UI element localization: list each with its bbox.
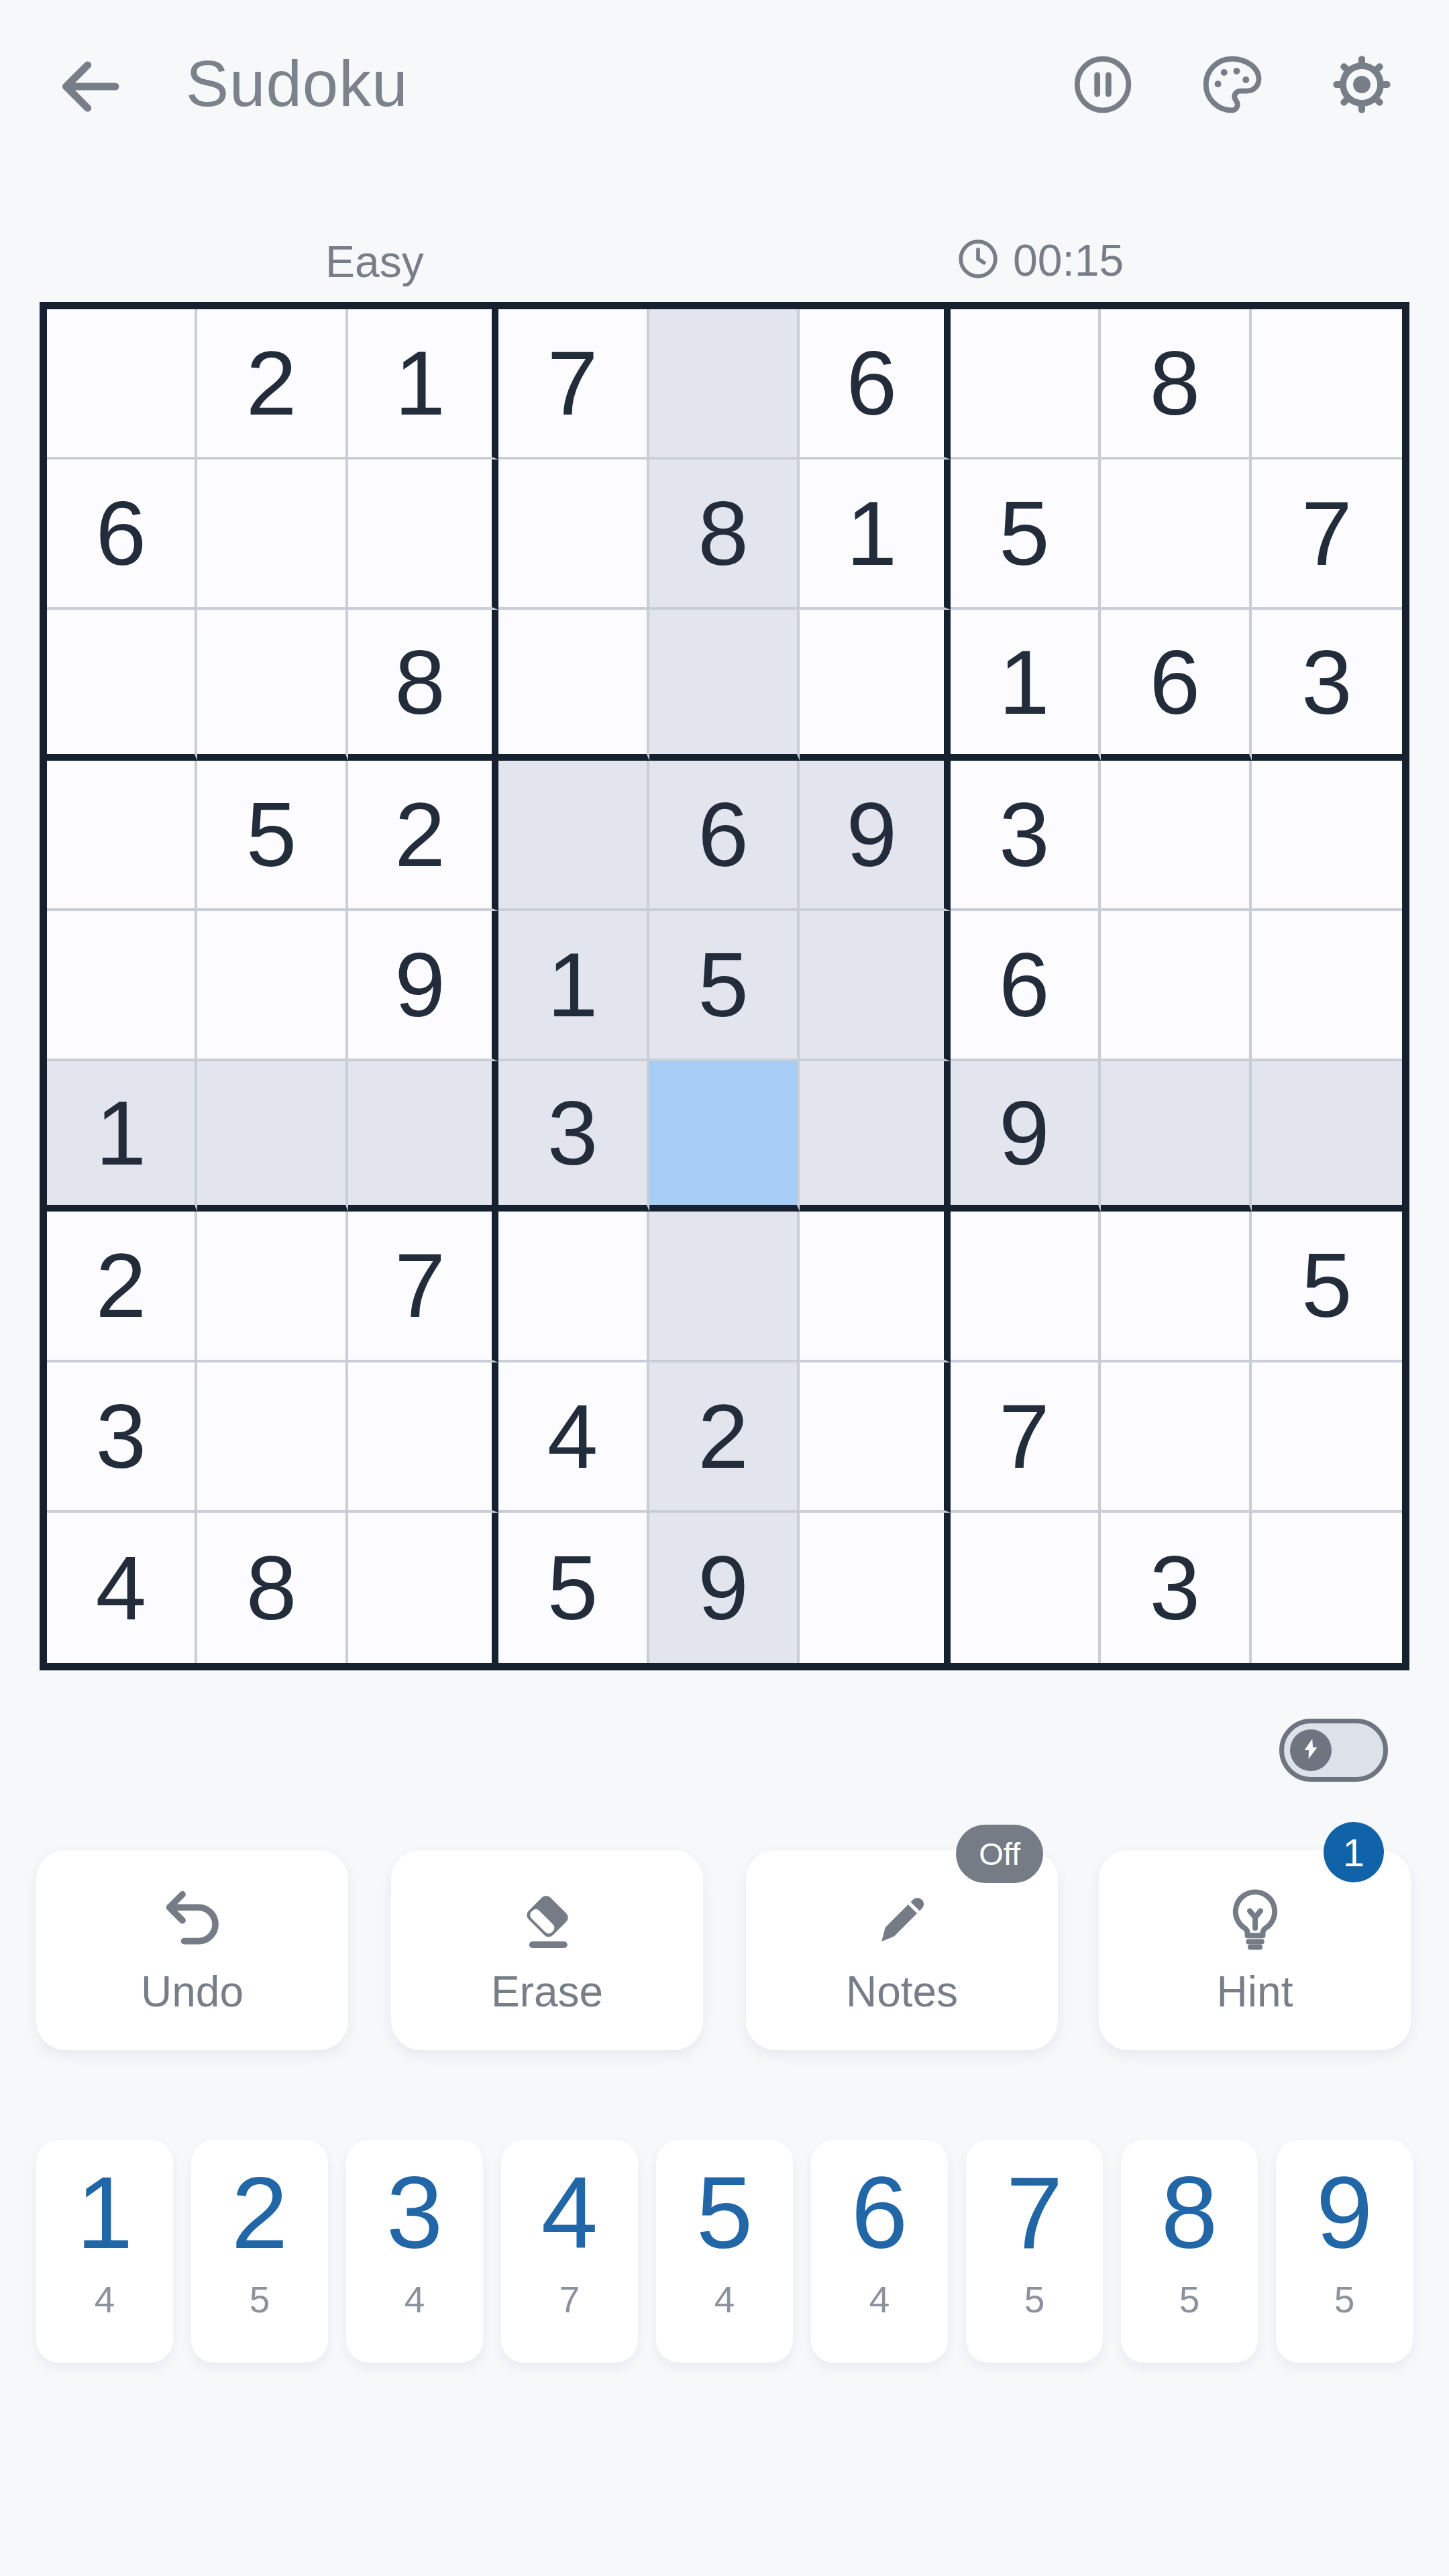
numpad-digit: 6 xyxy=(851,2157,908,2267)
sudoku-app: Sudoku xyxy=(0,0,1449,2576)
cell-r8c7[interactable]: 7 xyxy=(951,1362,1101,1513)
given-digit: 5 xyxy=(547,1542,598,1633)
cell-r9c2[interactable]: 8 xyxy=(197,1513,347,1663)
notes-button[interactable]: Off Notes xyxy=(746,1850,1058,2050)
cell-r9c4[interactable]: 5 xyxy=(498,1513,649,1663)
numpad-button-1[interactable]: 14 xyxy=(36,2140,173,2363)
numpad-digit: 2 xyxy=(231,2157,288,2267)
cell-r2c4[interactable] xyxy=(498,460,649,610)
cell-r6c9[interactable] xyxy=(1252,1061,1402,1212)
undo-button[interactable]: Undo xyxy=(36,1850,348,2050)
cell-r6c7[interactable]: 9 xyxy=(951,1061,1101,1212)
given-digit: 8 xyxy=(394,637,445,728)
numpad: 142534475464758595 xyxy=(36,2140,1413,2363)
given-digit: 2 xyxy=(698,1391,749,1482)
given-digit: 6 xyxy=(847,337,898,429)
cell-r8c6[interactable] xyxy=(800,1362,950,1513)
given-digit: 2 xyxy=(394,789,445,880)
eraser-icon xyxy=(512,1884,583,1957)
hint-button[interactable]: 1 Hint xyxy=(1099,1850,1411,2050)
cell-r7c8[interactable] xyxy=(1101,1212,1251,1362)
cell-r9c5[interactable]: 9 xyxy=(649,1513,800,1663)
numpad-remaining-count: 5 xyxy=(1024,2278,1045,2321)
cell-r5c4[interactable]: 1 xyxy=(498,911,649,1061)
cell-r5c2[interactable] xyxy=(197,911,347,1061)
cell-r1c6[interactable]: 6 xyxy=(800,309,950,460)
numpad-button-8[interactable]: 85 xyxy=(1121,2140,1258,2363)
numpad-digit: 7 xyxy=(1006,2157,1063,2267)
cell-r8c4[interactable]: 4 xyxy=(498,1362,649,1513)
cell-r5c7[interactable]: 6 xyxy=(951,911,1101,1061)
given-digit: 8 xyxy=(246,1542,297,1633)
difficulty-label: Easy xyxy=(325,236,424,287)
numpad-button-2[interactable]: 25 xyxy=(191,2140,328,2363)
undo-label: Undo xyxy=(141,1967,244,2017)
cell-r4c1[interactable] xyxy=(47,761,197,911)
given-digit: 1 xyxy=(847,488,898,579)
cell-r6c5[interactable] xyxy=(649,1061,800,1212)
lightning-bolt-icon xyxy=(1298,1736,1324,1764)
cell-r3c3[interactable]: 8 xyxy=(348,610,498,760)
numpad-button-4[interactable]: 47 xyxy=(501,2140,638,2363)
theme-button[interactable] xyxy=(1198,51,1265,118)
cell-r4c6[interactable]: 9 xyxy=(800,761,950,911)
cell-r8c9[interactable] xyxy=(1252,1362,1402,1513)
cell-r9c1[interactable]: 4 xyxy=(47,1513,197,1663)
cell-r3c5[interactable] xyxy=(649,610,800,760)
given-digit: 7 xyxy=(547,337,598,429)
cell-r1c8[interactable]: 8 xyxy=(1101,309,1251,460)
erase-label: Erase xyxy=(491,1967,603,2017)
numpad-button-3[interactable]: 34 xyxy=(346,2140,483,2363)
given-digit: 2 xyxy=(246,337,297,429)
cell-r7c2[interactable] xyxy=(197,1212,347,1362)
cell-r4c2[interactable]: 5 xyxy=(197,761,347,911)
given-digit: 1 xyxy=(95,1087,146,1179)
numpad-digit: 8 xyxy=(1161,2157,1218,2267)
cell-r6c4[interactable]: 3 xyxy=(498,1061,649,1212)
given-digit: 7 xyxy=(999,1391,1050,1482)
cell-r3c2[interactable] xyxy=(197,610,347,760)
hint-label: Hint xyxy=(1217,1967,1293,2017)
numpad-remaining-count: 4 xyxy=(714,2278,735,2321)
timer-value: 00:15 xyxy=(1013,235,1124,286)
erase-button[interactable]: Erase xyxy=(391,1850,703,2050)
given-digit: 3 xyxy=(1150,1542,1201,1633)
cell-r7c7[interactable] xyxy=(951,1212,1101,1362)
notes-label: Notes xyxy=(846,1967,958,2017)
fast-mode-toggle[interactable] xyxy=(1279,1719,1388,1782)
cell-r9c7[interactable] xyxy=(951,1513,1101,1663)
cell-r1c2[interactable]: 2 xyxy=(197,309,347,460)
cell-r2c5[interactable]: 8 xyxy=(649,460,800,610)
pencil-icon xyxy=(867,1884,938,1957)
cell-r8c5[interactable]: 2 xyxy=(649,1362,800,1513)
given-digit: 6 xyxy=(95,488,146,579)
numpad-digit: 9 xyxy=(1316,2157,1373,2267)
cell-r5c1[interactable] xyxy=(47,911,197,1061)
cell-r2c1[interactable]: 6 xyxy=(47,460,197,610)
given-digit: 3 xyxy=(95,1391,146,1482)
numpad-digit: 1 xyxy=(76,2157,133,2267)
undo-icon xyxy=(157,1884,228,1957)
cell-r6c8[interactable] xyxy=(1101,1061,1251,1212)
numpad-digit: 5 xyxy=(696,2157,753,2267)
given-digit: 2 xyxy=(95,1240,146,1331)
cell-r8c2[interactable] xyxy=(197,1362,347,1513)
cell-r9c6[interactable] xyxy=(800,1513,950,1663)
cell-r7c4[interactable] xyxy=(498,1212,649,1362)
cell-r3c4[interactable] xyxy=(498,610,649,760)
back-button[interactable] xyxy=(52,50,126,123)
given-digit: 1 xyxy=(394,337,445,429)
numpad-remaining-count: 5 xyxy=(1179,2278,1200,2321)
cell-r6c2[interactable] xyxy=(197,1061,347,1212)
given-digit: 3 xyxy=(1301,637,1352,728)
given-digit: 7 xyxy=(1301,488,1352,579)
pause-button[interactable] xyxy=(1069,51,1136,118)
cell-r9c9[interactable] xyxy=(1252,1513,1402,1663)
clock-icon xyxy=(954,235,1002,286)
cell-r7c3[interactable]: 7 xyxy=(348,1212,498,1362)
cell-r5c6[interactable] xyxy=(800,911,950,1061)
given-digit: 3 xyxy=(547,1087,598,1179)
given-digit: 4 xyxy=(95,1542,146,1633)
numpad-button-6[interactable]: 64 xyxy=(811,2140,948,2363)
cell-r2c7[interactable]: 5 xyxy=(951,460,1101,610)
given-digit: 9 xyxy=(847,789,898,880)
settings-button[interactable] xyxy=(1328,51,1395,118)
notes-off-badge: Off xyxy=(956,1825,1043,1883)
numpad-button-9[interactable]: 95 xyxy=(1276,2140,1413,2363)
numpad-remaining-count: 5 xyxy=(1334,2278,1355,2321)
cell-r5c3[interactable]: 9 xyxy=(348,911,498,1061)
numpad-remaining-count: 5 xyxy=(250,2278,270,2321)
cell-r8c3[interactable] xyxy=(348,1362,498,1513)
given-digit: 3 xyxy=(999,789,1050,880)
pause-icon xyxy=(1069,109,1136,120)
cell-r6c6[interactable] xyxy=(800,1061,950,1212)
numpad-digit: 4 xyxy=(541,2157,598,2267)
given-digit: 6 xyxy=(999,939,1050,1030)
cell-r7c9[interactable]: 5 xyxy=(1252,1212,1402,1362)
cell-r3c1[interactable] xyxy=(47,610,197,760)
numpad-remaining-count: 7 xyxy=(559,2278,580,2321)
cell-r2c2[interactable] xyxy=(197,460,347,610)
cell-r1c3[interactable]: 1 xyxy=(348,309,498,460)
cell-r1c9[interactable] xyxy=(1252,309,1402,460)
hint-count-badge: 1 xyxy=(1324,1822,1384,1882)
given-digit: 9 xyxy=(999,1087,1050,1179)
palette-icon xyxy=(1198,109,1265,120)
given-digit: 7 xyxy=(394,1240,445,1331)
given-digit: 1 xyxy=(999,637,1050,728)
cell-r1c1[interactable] xyxy=(47,309,197,460)
cell-r7c1[interactable]: 2 xyxy=(47,1212,197,1362)
numpad-button-7[interactable]: 75 xyxy=(966,2140,1103,2363)
cell-r4c4[interactable] xyxy=(498,761,649,911)
cell-r9c8[interactable]: 3 xyxy=(1101,1513,1251,1663)
cell-r4c5[interactable]: 6 xyxy=(649,761,800,911)
given-digit: 5 xyxy=(246,789,297,880)
given-digit: 9 xyxy=(394,939,445,1030)
cell-r2c9[interactable]: 7 xyxy=(1252,460,1402,610)
cell-r5c9[interactable] xyxy=(1252,911,1402,1061)
given-digit: 4 xyxy=(547,1391,598,1482)
numpad-remaining-count: 4 xyxy=(95,2278,115,2321)
given-digit: 8 xyxy=(1150,337,1201,429)
given-digit: 1 xyxy=(547,939,598,1030)
given-digit: 6 xyxy=(698,789,749,880)
sudoku-board: 21768681578163526939156139275342748593 xyxy=(40,302,1409,1670)
toggle-knob xyxy=(1290,1729,1332,1771)
cell-r8c1[interactable]: 3 xyxy=(47,1362,197,1513)
cell-r4c8[interactable] xyxy=(1101,761,1251,911)
cell-r9c3[interactable] xyxy=(348,1513,498,1663)
cell-r4c7[interactable]: 3 xyxy=(951,761,1101,911)
cell-r3c9[interactable]: 3 xyxy=(1252,610,1402,760)
cell-r7c6[interactable] xyxy=(800,1212,950,1362)
cell-r5c5[interactable]: 5 xyxy=(649,911,800,1061)
given-digit: 8 xyxy=(698,488,749,579)
cell-r1c5[interactable] xyxy=(649,309,800,460)
gear-icon xyxy=(1328,109,1395,120)
numpad-remaining-count: 4 xyxy=(405,2278,425,2321)
cell-r4c9[interactable] xyxy=(1252,761,1402,911)
given-digit: 5 xyxy=(1301,1240,1352,1331)
given-digit: 6 xyxy=(1150,637,1201,728)
cell-r2c8[interactable] xyxy=(1101,460,1251,610)
numpad-remaining-count: 4 xyxy=(869,2278,890,2321)
cell-r1c4[interactable]: 7 xyxy=(498,309,649,460)
back-arrow-icon xyxy=(52,114,126,125)
given-digit: 5 xyxy=(999,488,1050,579)
cell-r6c1[interactable]: 1 xyxy=(47,1061,197,1212)
lightbulb-icon xyxy=(1220,1884,1291,1957)
cell-r8c8[interactable] xyxy=(1101,1362,1251,1513)
cell-r5c8[interactable] xyxy=(1101,911,1251,1061)
cell-r6c3[interactable] xyxy=(348,1061,498,1212)
cell-r2c3[interactable] xyxy=(348,460,498,610)
cell-r3c7[interactable]: 1 xyxy=(951,610,1101,760)
timer: 00:15 xyxy=(954,235,1124,286)
cell-r4c3[interactable]: 2 xyxy=(348,761,498,911)
numpad-digit: 3 xyxy=(386,2157,443,2267)
cell-r3c6[interactable] xyxy=(800,610,950,760)
numpad-button-5[interactable]: 54 xyxy=(656,2140,793,2363)
cell-r3c8[interactable]: 6 xyxy=(1101,610,1251,760)
cell-r2c6[interactable]: 1 xyxy=(800,460,950,610)
cell-r7c5[interactable] xyxy=(649,1212,800,1362)
given-digit: 9 xyxy=(698,1542,749,1633)
page-title: Sudoku xyxy=(186,47,409,121)
cell-r1c7[interactable] xyxy=(951,309,1101,460)
given-digit: 5 xyxy=(698,939,749,1030)
